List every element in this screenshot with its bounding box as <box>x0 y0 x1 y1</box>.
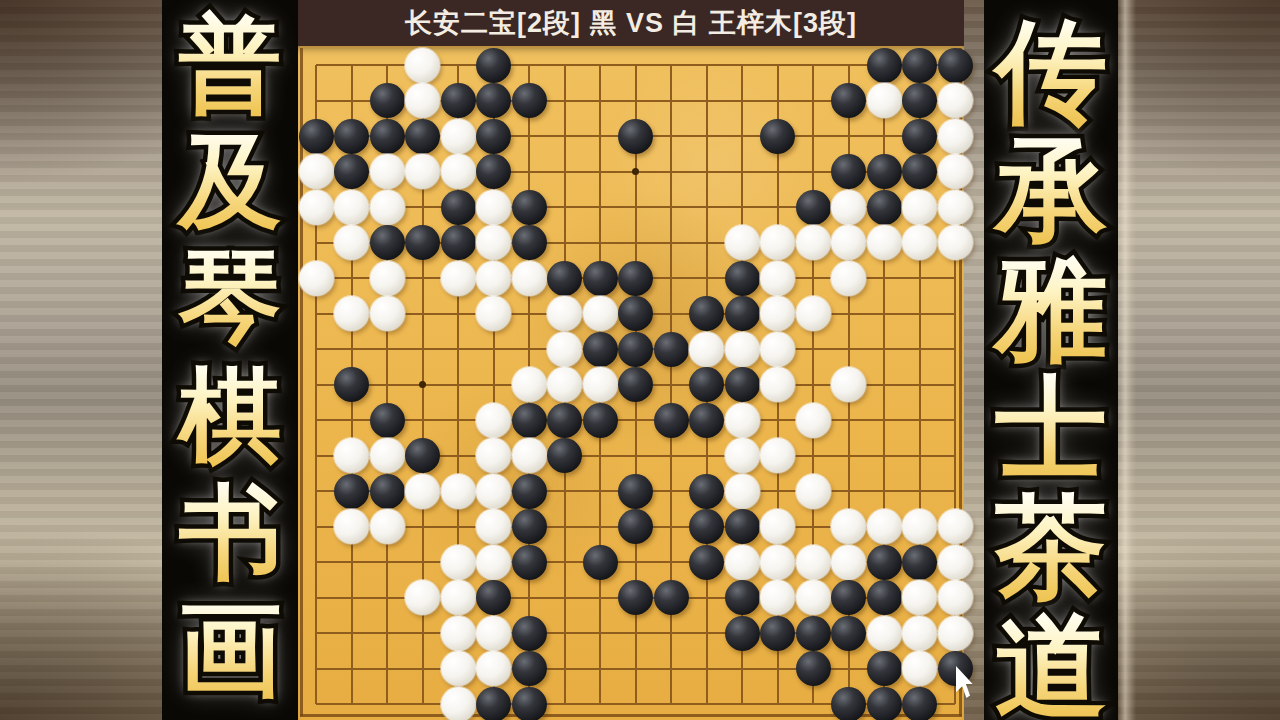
white-stone[interactable] <box>370 438 405 473</box>
white-stone[interactable] <box>938 580 973 615</box>
white-stone[interactable] <box>938 119 973 154</box>
white-stone[interactable] <box>547 332 582 367</box>
white-stone[interactable] <box>689 332 724 367</box>
white-stone[interactable] <box>512 367 547 402</box>
white-stone[interactable] <box>299 261 334 296</box>
black-stone[interactable] <box>583 332 618 367</box>
white-stone[interactable] <box>299 154 334 189</box>
black-stone[interactable] <box>512 616 547 651</box>
white-stone[interactable] <box>370 509 405 544</box>
white-stone[interactable] <box>831 190 866 225</box>
go-board[interactable] <box>298 46 964 720</box>
black-stone[interactable] <box>902 83 937 118</box>
white-stone[interactable] <box>902 225 937 260</box>
white-stone[interactable] <box>760 545 795 580</box>
black-stone[interactable] <box>654 580 689 615</box>
white-stone[interactable] <box>476 190 511 225</box>
white-stone[interactable] <box>441 119 476 154</box>
black-stone[interactable] <box>760 119 795 154</box>
black-stone[interactable] <box>618 367 653 402</box>
black-stone[interactable] <box>334 367 369 402</box>
white-stone[interactable] <box>583 296 618 331</box>
black-stone[interactable] <box>334 154 369 189</box>
black-stone[interactable] <box>725 580 760 615</box>
screenshot-root: 普普及及琴琴棋棋书书画画 长安二宝[2段] 黑 VS 白 王梓木[3段] 传传承… <box>0 0 1280 720</box>
grid-line <box>316 668 955 670</box>
match-title-bar: 长安二宝[2段] 黑 VS 白 王梓木[3段] <box>298 0 964 46</box>
white-stone[interactable] <box>760 438 795 473</box>
white-stone[interactable] <box>441 261 476 296</box>
white-stone[interactable] <box>334 225 369 260</box>
white-stone[interactable] <box>902 509 937 544</box>
banner-character: 传传 <box>984 14 1118 133</box>
banner-character: 及及 <box>162 125 298 242</box>
white-stone[interactable] <box>476 261 511 296</box>
white-stone[interactable] <box>867 83 902 118</box>
white-stone[interactable] <box>760 332 795 367</box>
black-stone[interactable] <box>867 651 902 686</box>
star-point <box>632 168 639 175</box>
black-stone[interactable] <box>725 261 760 296</box>
background-light-stripe <box>1118 0 1136 720</box>
black-stone[interactable] <box>618 296 653 331</box>
white-stone[interactable] <box>760 225 795 260</box>
white-stone[interactable] <box>512 261 547 296</box>
black-stone[interactable] <box>512 83 547 118</box>
white-stone[interactable] <box>796 403 831 438</box>
black-stone[interactable] <box>796 651 831 686</box>
white-stone[interactable] <box>299 190 334 225</box>
black-stone[interactable] <box>725 616 760 651</box>
black-stone[interactable] <box>405 225 440 260</box>
black-stone[interactable] <box>796 616 831 651</box>
black-stone[interactable] <box>902 687 937 720</box>
black-stone[interactable] <box>689 545 724 580</box>
white-stone[interactable] <box>938 83 973 118</box>
white-stone[interactable] <box>441 154 476 189</box>
white-stone[interactable] <box>476 545 511 580</box>
black-stone[interactable] <box>583 261 618 296</box>
white-stone[interactable] <box>547 296 582 331</box>
black-stone[interactable] <box>441 225 476 260</box>
black-stone[interactable] <box>867 687 902 720</box>
grid-line <box>316 419 955 421</box>
white-stone[interactable] <box>796 474 831 509</box>
black-stone[interactable] <box>512 651 547 686</box>
black-stone[interactable] <box>867 545 902 580</box>
white-stone[interactable] <box>760 509 795 544</box>
white-stone[interactable] <box>370 154 405 189</box>
white-stone[interactable] <box>938 225 973 260</box>
banner-character: 棋棋 <box>162 359 298 476</box>
white-stone[interactable] <box>938 190 973 225</box>
black-stone[interactable] <box>547 403 582 438</box>
white-stone[interactable] <box>796 545 831 580</box>
black-stone[interactable] <box>654 332 689 367</box>
black-stone[interactable] <box>867 580 902 615</box>
white-stone[interactable] <box>370 190 405 225</box>
black-stone[interactable] <box>547 261 582 296</box>
black-stone[interactable] <box>512 190 547 225</box>
white-stone[interactable] <box>476 296 511 331</box>
right-banner: 传传承承雅雅士士茶茶道道 <box>984 0 1118 720</box>
black-stone[interactable] <box>512 403 547 438</box>
left-banner: 普普及及琴琴棋棋书书画画 <box>162 0 298 720</box>
banner-character: 琴琴 <box>162 242 298 359</box>
white-stone[interactable] <box>760 261 795 296</box>
white-stone[interactable] <box>476 403 511 438</box>
black-stone[interactable] <box>938 48 973 83</box>
black-stone[interactable] <box>370 119 405 154</box>
black-stone[interactable] <box>405 119 440 154</box>
black-stone[interactable] <box>512 687 547 720</box>
black-stone[interactable] <box>867 48 902 83</box>
white-stone[interactable] <box>831 545 866 580</box>
white-stone[interactable] <box>441 651 476 686</box>
white-stone[interactable] <box>760 580 795 615</box>
white-stone[interactable] <box>831 261 866 296</box>
black-stone[interactable] <box>902 48 937 83</box>
black-stone[interactable] <box>476 119 511 154</box>
white-stone[interactable] <box>867 509 902 544</box>
banner-character: 书书 <box>162 476 298 593</box>
black-stone[interactable] <box>583 403 618 438</box>
black-stone[interactable] <box>618 261 653 296</box>
white-stone[interactable] <box>476 225 511 260</box>
white-stone[interactable] <box>334 190 369 225</box>
white-stone[interactable] <box>938 154 973 189</box>
black-stone[interactable] <box>618 509 653 544</box>
black-stone[interactable] <box>441 83 476 118</box>
black-stone[interactable] <box>370 474 405 509</box>
white-stone[interactable] <box>476 474 511 509</box>
white-stone[interactable] <box>725 474 760 509</box>
white-stone[interactable] <box>476 438 511 473</box>
white-stone[interactable] <box>441 545 476 580</box>
white-stone[interactable] <box>476 509 511 544</box>
black-stone[interactable] <box>867 154 902 189</box>
banner-character: 承承 <box>984 133 1118 252</box>
banner-character: 雅雅 <box>984 252 1118 371</box>
white-stone[interactable] <box>334 296 369 331</box>
white-stone[interactable] <box>831 367 866 402</box>
black-stone[interactable] <box>902 545 937 580</box>
white-stone[interactable] <box>405 154 440 189</box>
white-stone[interactable] <box>796 580 831 615</box>
black-stone[interactable] <box>476 580 511 615</box>
black-stone[interactable] <box>512 225 547 260</box>
white-stone[interactable] <box>725 403 760 438</box>
black-stone[interactable] <box>689 296 724 331</box>
board-edge <box>300 46 962 48</box>
white-stone[interactable] <box>583 367 618 402</box>
black-stone[interactable] <box>618 332 653 367</box>
black-stone[interactable] <box>476 687 511 720</box>
black-stone[interactable] <box>725 367 760 402</box>
white-stone[interactable] <box>938 616 973 651</box>
black-stone[interactable] <box>512 509 547 544</box>
black-stone[interactable] <box>476 154 511 189</box>
black-stone[interactable] <box>867 190 902 225</box>
white-stone[interactable] <box>831 509 866 544</box>
black-stone[interactable] <box>370 403 405 438</box>
star-point <box>419 381 426 388</box>
black-stone[interactable] <box>512 474 547 509</box>
banner-character: 画画 <box>162 593 298 710</box>
white-stone[interactable] <box>405 83 440 118</box>
black-stone[interactable] <box>831 616 866 651</box>
black-stone[interactable] <box>583 545 618 580</box>
match-title: 长安二宝[2段] 黑 VS 白 王梓木[3段] <box>405 5 857 41</box>
black-stone[interactable] <box>689 403 724 438</box>
banner-character: 普普 <box>162 8 298 125</box>
white-stone[interactable] <box>370 296 405 331</box>
black-stone[interactable] <box>512 545 547 580</box>
black-stone[interactable] <box>618 474 653 509</box>
black-stone[interactable] <box>902 154 937 189</box>
black-stone[interactable] <box>299 119 334 154</box>
white-stone[interactable] <box>725 545 760 580</box>
black-stone[interactable] <box>831 154 866 189</box>
black-stone[interactable] <box>405 438 440 473</box>
white-stone[interactable] <box>441 474 476 509</box>
white-stone[interactable] <box>902 190 937 225</box>
white-stone[interactable] <box>902 580 937 615</box>
black-stone[interactable] <box>725 509 760 544</box>
white-stone[interactable] <box>796 296 831 331</box>
white-stone[interactable] <box>867 225 902 260</box>
white-stone[interactable] <box>725 225 760 260</box>
white-stone[interactable] <box>831 225 866 260</box>
black-stone[interactable] <box>760 616 795 651</box>
black-stone[interactable] <box>618 580 653 615</box>
black-stone[interactable] <box>831 83 866 118</box>
white-stone[interactable] <box>867 616 902 651</box>
white-stone[interactable] <box>902 651 937 686</box>
banner-character: 士士 <box>984 371 1118 490</box>
white-stone[interactable] <box>441 580 476 615</box>
black-stone[interactable] <box>370 83 405 118</box>
white-stone[interactable] <box>405 580 440 615</box>
black-stone[interactable] <box>831 687 866 720</box>
black-stone[interactable] <box>689 474 724 509</box>
white-stone[interactable] <box>476 616 511 651</box>
white-stone[interactable] <box>441 687 476 720</box>
white-stone[interactable] <box>476 651 511 686</box>
black-stone[interactable] <box>689 509 724 544</box>
black-stone[interactable] <box>334 119 369 154</box>
black-stone[interactable] <box>547 438 582 473</box>
white-stone[interactable] <box>334 438 369 473</box>
white-stone[interactable] <box>938 545 973 580</box>
banner-character: 茶茶 <box>984 490 1118 609</box>
white-stone[interactable] <box>725 438 760 473</box>
white-stone[interactable] <box>547 367 582 402</box>
white-stone[interactable] <box>512 438 547 473</box>
white-stone[interactable] <box>334 509 369 544</box>
black-stone[interactable] <box>334 474 369 509</box>
black-stone[interactable] <box>476 48 511 83</box>
white-stone[interactable] <box>405 474 440 509</box>
black-stone[interactable] <box>831 580 866 615</box>
go-app-window: 长安二宝[2段] 黑 VS 白 王梓木[3段] <box>298 0 964 720</box>
black-stone[interactable] <box>689 367 724 402</box>
black-stone[interactable] <box>618 119 653 154</box>
black-stone[interactable] <box>441 190 476 225</box>
banner-character: 道道 <box>984 609 1118 720</box>
white-stone[interactable] <box>902 616 937 651</box>
white-stone[interactable] <box>441 616 476 651</box>
black-stone[interactable] <box>370 225 405 260</box>
white-stone[interactable] <box>760 296 795 331</box>
black-stone[interactable] <box>902 119 937 154</box>
white-stone[interactable] <box>796 225 831 260</box>
white-stone[interactable] <box>405 48 440 83</box>
white-stone[interactable] <box>725 332 760 367</box>
black-stone[interactable] <box>725 296 760 331</box>
black-stone[interactable] <box>476 83 511 118</box>
white-stone[interactable] <box>760 367 795 402</box>
white-stone[interactable] <box>370 261 405 296</box>
black-stone[interactable] <box>796 190 831 225</box>
black-stone[interactable] <box>654 403 689 438</box>
white-stone[interactable] <box>938 509 973 544</box>
